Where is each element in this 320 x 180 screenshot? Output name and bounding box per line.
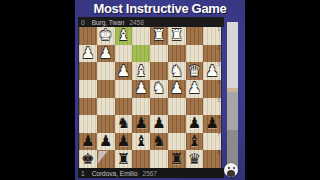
square[interactable]: ♜ — [115, 150, 133, 168]
piece-wB[interactable]: ♝ — [117, 28, 130, 43]
square[interactable]: 7 — [203, 133, 221, 151]
square[interactable] — [168, 98, 186, 116]
piece-bP[interactable]: ♟ — [117, 134, 130, 149]
square[interactable] — [115, 98, 133, 116]
piece-bR[interactable]: ♜ — [170, 152, 183, 167]
piece-bR[interactable]: ♜ — [117, 152, 130, 167]
square[interactable]: 5 — [203, 98, 221, 116]
square[interactable]: ♝ — [186, 133, 204, 151]
square[interactable] — [132, 150, 150, 168]
rank-coordinate: 1 — [217, 27, 220, 32]
square[interactable]: ♟ — [79, 45, 97, 63]
square[interactable]: ♛ — [186, 62, 204, 80]
square[interactable]: ♞ — [115, 115, 133, 133]
piece-wP[interactable]: ♟ — [134, 81, 147, 96]
square[interactable]: ♟ — [168, 80, 186, 98]
square[interactable]: ♜ — [150, 27, 168, 45]
piece-wN[interactable]: ♞ — [152, 81, 165, 96]
square[interactable] — [97, 98, 115, 116]
piece-bB[interactable]: ♝ — [188, 134, 201, 149]
square[interactable]: ♟ — [97, 45, 115, 63]
square[interactable]: 8 — [203, 150, 221, 168]
rank-coordinate: 8 — [217, 150, 220, 155]
square[interactable] — [79, 115, 97, 133]
square[interactable]: 2 — [203, 45, 221, 63]
avatar-eye-icon — [233, 167, 235, 169]
square[interactable]: ♜ — [168, 27, 186, 45]
square[interactable]: ♟ — [115, 62, 133, 80]
square[interactable]: ♜ — [168, 150, 186, 168]
square[interactable] — [150, 98, 168, 116]
black-player-name: Cordova, Emilio — [92, 170, 138, 177]
square[interactable]: ♟ — [186, 80, 204, 98]
chess-board[interactable]: ♚♝♜♜1♟♟2♟♝♞♛3♟♟♞♟♟45♞♟♟♟6♟♟♟♟♝♞♝7♚♜♜♛8 — [79, 27, 221, 168]
square[interactable]: ♞ — [150, 133, 168, 151]
piece-wK[interactable]: ♚ — [99, 28, 112, 43]
square[interactable]: 6♟ — [203, 115, 221, 133]
square[interactable] — [115, 80, 133, 98]
piece-wP[interactable]: ♟ — [188, 81, 201, 96]
white-player-rating: 2458 — [129, 19, 143, 26]
square[interactable]: ♟ — [132, 80, 150, 98]
rank-coordinate: 7 — [217, 133, 220, 138]
square[interactable] — [132, 45, 150, 63]
square[interactable] — [79, 27, 97, 45]
square[interactable]: 1 — [203, 27, 221, 45]
player-bar-white: 0 Burg, Twan 2458 — [78, 17, 224, 27]
square[interactable]: ♚ — [79, 150, 97, 168]
piece-wP[interactable]: ♟ — [117, 64, 130, 79]
scrollbar-thumb[interactable] — [227, 22, 238, 88]
piece-bP[interactable]: ♟ — [152, 116, 165, 131]
square[interactable] — [168, 45, 186, 63]
square[interactable] — [186, 98, 204, 116]
piece-bP[interactable]: ♟ — [188, 116, 201, 131]
piece-bN[interactable]: ♞ — [117, 116, 130, 131]
drag-ghost-arrow — [97, 151, 107, 164]
piece-wP[interactable]: ♟ — [99, 46, 112, 61]
piece-bK[interactable]: ♚ — [81, 152, 94, 167]
square[interactable]: ♞ — [168, 62, 186, 80]
piece-wN[interactable]: ♞ — [170, 64, 183, 79]
black-score: 1 — [81, 170, 85, 177]
square[interactable] — [168, 133, 186, 151]
square[interactable]: ♟ — [150, 115, 168, 133]
square[interactable] — [132, 27, 150, 45]
square[interactable] — [97, 80, 115, 98]
page-title: Most Instructive Game — [75, 1, 245, 16]
black-player-rating: 2567 — [143, 170, 157, 177]
piece-wP[interactable]: ♟ — [81, 46, 94, 61]
avatar-eye-icon — [228, 167, 230, 169]
square[interactable] — [132, 98, 150, 116]
square[interactable] — [150, 62, 168, 80]
square[interactable]: ♝ — [132, 133, 150, 151]
square[interactable]: ♟ — [132, 115, 150, 133]
square[interactable] — [97, 150, 115, 168]
square[interactable]: ♟ — [186, 115, 204, 133]
piece-wR[interactable]: ♜ — [152, 28, 165, 43]
square[interactable]: ♚ — [97, 27, 115, 45]
piece-wB[interactable]: ♝ — [134, 64, 147, 79]
square[interactable] — [115, 45, 133, 63]
piece-bP[interactable]: ♟ — [134, 116, 147, 131]
piece-bN[interactable]: ♞ — [152, 134, 165, 149]
square[interactable] — [79, 62, 97, 80]
square[interactable]: ♝ — [115, 27, 133, 45]
avatar-body — [227, 170, 235, 177]
white-score: 0 — [81, 19, 85, 26]
piece-wQ[interactable]: ♛ — [188, 64, 201, 79]
square[interactable]: 4 — [203, 80, 221, 98]
square[interactable] — [79, 80, 97, 98]
piece-bQ[interactable]: ♛ — [188, 152, 201, 167]
piece-wP[interactable]: ♟ — [170, 81, 183, 96]
square[interactable] — [150, 150, 168, 168]
rank-coordinate: 4 — [217, 80, 220, 85]
square[interactable] — [186, 45, 204, 63]
player-bar-black: 1 Cordova, Emilio 2567 — [78, 168, 224, 178]
square[interactable]: ♛ — [186, 150, 204, 168]
piece-bP[interactable]: ♟ — [99, 134, 112, 149]
square[interactable]: ♝ — [132, 62, 150, 80]
square[interactable] — [150, 45, 168, 63]
piece-wP[interactable]: ♟ — [205, 64, 218, 79]
square[interactable]: ♟ — [79, 133, 97, 151]
piece-bP[interactable]: ♟ — [205, 116, 218, 131]
mascot-avatar-icon — [224, 163, 238, 177]
square[interactable] — [79, 98, 97, 116]
scrollbar-track-mid — [227, 92, 238, 130]
rank-coordinate: 5 — [217, 98, 220, 103]
square[interactable]: ♟ — [115, 133, 133, 151]
piece-bP[interactable]: ♟ — [81, 134, 94, 149]
white-player-name: Burg, Twan — [92, 19, 125, 26]
square[interactable] — [186, 27, 204, 45]
scrollbar[interactable] — [227, 22, 238, 170]
square[interactable] — [168, 115, 186, 133]
square[interactable] — [97, 62, 115, 80]
square[interactable]: ♟ — [97, 133, 115, 151]
piece-wR[interactable]: ♜ — [170, 28, 183, 43]
square[interactable]: ♞ — [150, 80, 168, 98]
video-panel: Most Instructive Game 0 Burg, Twan 2458 … — [75, 0, 245, 180]
square[interactable]: 3♟ — [203, 62, 221, 80]
piece-bB[interactable]: ♝ — [134, 134, 147, 149]
square[interactable] — [97, 115, 115, 133]
rank-coordinate: 2 — [217, 45, 220, 50]
